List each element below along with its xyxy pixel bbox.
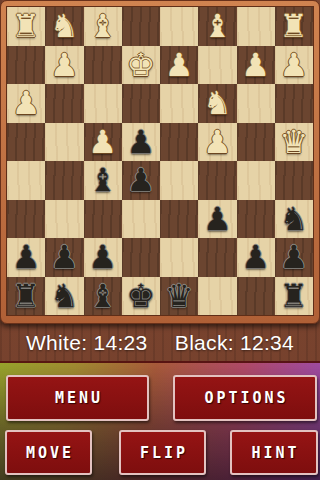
square-c5[interactable]	[198, 161, 236, 200]
square-f7[interactable]: ♟	[84, 238, 122, 277]
square-d1[interactable]	[160, 7, 198, 46]
square-e7[interactable]	[122, 238, 160, 277]
piece-black-pawn: ♟	[127, 164, 156, 196]
square-a1[interactable]: ♜	[275, 7, 313, 46]
flip-button[interactable]: FLIP	[119, 430, 206, 475]
square-h6[interactable]	[7, 200, 45, 239]
piece-black-king: ♚	[127, 280, 156, 312]
square-c8[interactable]	[198, 277, 236, 316]
chess-board: ♜♞♝♝♜♟♚♟♟♟♟♞♟♟♟♛♝♟♟♞♟♟♟♟♟♜♞♝♚♛♜	[6, 6, 314, 316]
square-e5[interactable]: ♟	[122, 161, 160, 200]
piece-black-pawn: ♟	[12, 241, 41, 273]
square-f1[interactable]: ♝	[84, 7, 122, 46]
square-c2[interactable]	[198, 46, 236, 85]
square-d3[interactable]	[160, 84, 198, 123]
piece-white-knight: ♞	[203, 87, 232, 119]
piece-white-pawn: ♟	[50, 49, 79, 81]
piece-black-pawn: ♟	[203, 203, 232, 235]
square-a5[interactable]	[275, 161, 313, 200]
square-h4[interactable]	[7, 123, 45, 162]
piece-white-knight: ♞	[50, 10, 79, 42]
piece-white-bishop: ♝	[203, 10, 232, 42]
piece-white-pawn: ♟	[280, 49, 309, 81]
piece-black-pawn: ♟	[241, 241, 270, 273]
move-button[interactable]: MOVE	[5, 430, 92, 475]
piece-black-rook: ♜	[12, 280, 41, 312]
square-g6[interactable]	[45, 200, 83, 239]
piece-black-rook: ♜	[280, 280, 309, 312]
square-e4[interactable]: ♟	[122, 123, 160, 162]
piece-white-pawn: ♟	[12, 87, 41, 119]
square-f8[interactable]: ♝	[84, 277, 122, 316]
square-h8[interactable]: ♜	[7, 277, 45, 316]
piece-white-pawn: ♟	[241, 49, 270, 81]
square-h2[interactable]	[7, 46, 45, 85]
piece-white-pawn: ♟	[165, 49, 194, 81]
square-e1[interactable]	[122, 7, 160, 46]
piece-black-knight: ♞	[280, 203, 309, 235]
menu-button[interactable]: MENU	[6, 375, 149, 421]
square-h3[interactable]: ♟	[7, 84, 45, 123]
square-a2[interactable]: ♟	[275, 46, 313, 85]
square-h5[interactable]	[7, 161, 45, 200]
square-a8[interactable]: ♜	[275, 277, 313, 316]
square-f2[interactable]	[84, 46, 122, 85]
square-c1[interactable]: ♝	[198, 7, 236, 46]
square-a3[interactable]	[275, 84, 313, 123]
square-g7[interactable]: ♟	[45, 238, 83, 277]
square-c6[interactable]: ♟	[198, 200, 236, 239]
piece-black-pawn: ♟	[50, 241, 79, 273]
piece-black-bishop: ♝	[88, 164, 117, 196]
hint-button[interactable]: HINT	[230, 430, 318, 475]
square-f4[interactable]: ♟	[84, 123, 122, 162]
square-b8[interactable]	[237, 277, 275, 316]
piece-black-pawn: ♟	[127, 126, 156, 158]
piece-white-pawn: ♟	[88, 126, 117, 158]
square-b1[interactable]	[237, 7, 275, 46]
square-e2[interactable]: ♚	[122, 46, 160, 85]
piece-white-pawn: ♟	[203, 126, 232, 158]
square-e3[interactable]	[122, 84, 160, 123]
square-c7[interactable]	[198, 238, 236, 277]
chess-board-frame: ♜♞♝♝♜♟♚♟♟♟♟♞♟♟♟♛♝♟♟♞♟♟♟♟♟♜♞♝♚♛♜	[0, 0, 320, 324]
square-g5[interactable]	[45, 161, 83, 200]
square-d2[interactable]: ♟	[160, 46, 198, 85]
piece-white-rook: ♜	[12, 10, 41, 42]
piece-black-bishop: ♝	[88, 280, 117, 312]
square-e6[interactable]	[122, 200, 160, 239]
square-h7[interactable]: ♟	[7, 238, 45, 277]
square-f3[interactable]	[84, 84, 122, 123]
button-panel: MENU OPTIONS MOVE FLIP HINT	[0, 361, 320, 480]
square-g1[interactable]: ♞	[45, 7, 83, 46]
square-f6[interactable]	[84, 200, 122, 239]
square-c4[interactable]: ♟	[198, 123, 236, 162]
piece-black-pawn: ♟	[88, 241, 117, 273]
square-b6[interactable]	[237, 200, 275, 239]
piece-white-queen: ♛	[280, 126, 309, 158]
square-e8[interactable]: ♚	[122, 277, 160, 316]
piece-white-king: ♚	[127, 49, 156, 81]
square-d4[interactable]	[160, 123, 198, 162]
square-a6[interactable]: ♞	[275, 200, 313, 239]
square-g3[interactable]	[45, 84, 83, 123]
square-b5[interactable]	[237, 161, 275, 200]
square-d8[interactable]: ♛	[160, 277, 198, 316]
piece-black-queen: ♛	[165, 280, 194, 312]
clock-bar: White: 14:23 Black: 12:34	[0, 325, 320, 361]
piece-white-rook: ♜	[280, 10, 309, 42]
piece-black-pawn: ♟	[280, 241, 309, 273]
square-g8[interactable]: ♞	[45, 277, 83, 316]
square-b7[interactable]: ♟	[237, 238, 275, 277]
white-clock: White: 14:23	[26, 331, 148, 355]
square-g2[interactable]: ♟	[45, 46, 83, 85]
square-a7[interactable]: ♟	[275, 238, 313, 277]
options-button[interactable]: OPTIONS	[173, 375, 317, 421]
square-d5[interactable]	[160, 161, 198, 200]
square-g4[interactable]	[45, 123, 83, 162]
square-d7[interactable]	[160, 238, 198, 277]
piece-black-knight: ♞	[50, 280, 79, 312]
square-f5[interactable]: ♝	[84, 161, 122, 200]
square-b4[interactable]	[237, 123, 275, 162]
square-b3[interactable]	[237, 84, 275, 123]
square-h1[interactable]: ♜	[7, 7, 45, 46]
piece-white-bishop: ♝	[88, 10, 117, 42]
square-b2[interactable]: ♟	[237, 46, 275, 85]
square-d6[interactable]	[160, 200, 198, 239]
square-c3[interactable]: ♞	[198, 84, 236, 123]
black-clock: Black: 12:34	[175, 331, 294, 355]
square-a4[interactable]: ♛	[275, 123, 313, 162]
